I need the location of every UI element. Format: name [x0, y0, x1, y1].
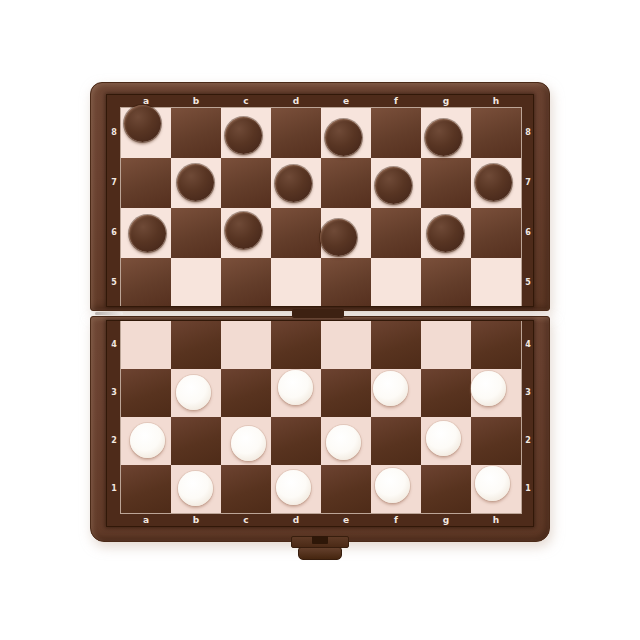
square-g7[interactable] [421, 158, 471, 208]
light-checker-h1[interactable] [475, 466, 510, 501]
file-label-f-bottom: f [371, 516, 421, 525]
square-b8[interactable] [171, 108, 221, 158]
file-labels-top: abcdefgh [107, 95, 533, 108]
light-checker-f1[interactable] [375, 468, 410, 503]
rank-label-8-right: 8 [521, 108, 534, 158]
square-h5[interactable] [471, 258, 521, 307]
dark-checker-e8[interactable] [325, 119, 362, 156]
rank-label-8-left: 8 [107, 108, 121, 158]
dark-checker-e6[interactable] [320, 219, 357, 256]
square-h4[interactable] [471, 321, 521, 369]
rank-label-7-right: 7 [521, 158, 534, 208]
light-checker-d3[interactable] [278, 370, 313, 405]
rank-labels-bottom-left: 4321 [107, 321, 121, 513]
light-checker-g2[interactable] [426, 421, 461, 456]
rank-label-3-right: 3 [521, 369, 534, 417]
square-f2[interactable] [371, 417, 421, 465]
folding-checkers-board: abcdefgh 8765 8765 4321 4321 abcdefgh [0, 0, 640, 640]
dark-checker-h7[interactable] [475, 164, 512, 201]
rank-label-7-left: 7 [107, 158, 121, 208]
square-a7[interactable] [121, 158, 171, 208]
file-label-c-top: c [221, 97, 271, 106]
rank-label-2-right: 2 [521, 417, 534, 465]
light-checker-b3[interactable] [176, 375, 211, 410]
light-checker-e2[interactable] [326, 425, 361, 460]
square-h2[interactable] [471, 417, 521, 465]
square-f5[interactable] [371, 258, 421, 307]
square-f8[interactable] [371, 108, 421, 158]
clasp-latch[interactable] [298, 547, 342, 560]
square-a5[interactable] [121, 258, 171, 307]
square-d4[interactable] [271, 321, 321, 369]
dark-checker-c6[interactable] [225, 212, 262, 249]
file-label-h-top: h [471, 97, 521, 106]
board-top-mid-row: 8765 8765 [107, 108, 533, 307]
light-checker-h3[interactable] [471, 371, 506, 406]
square-h8[interactable] [471, 108, 521, 158]
dark-checker-g6[interactable] [427, 215, 464, 252]
square-b2[interactable] [171, 417, 221, 465]
file-label-d-bottom: d [271, 516, 321, 525]
file-label-h-bottom: h [471, 516, 521, 525]
dark-checker-a6[interactable] [129, 215, 166, 252]
square-e4[interactable] [321, 321, 371, 369]
light-checker-c2[interactable] [231, 426, 266, 461]
rank-label-1-left: 1 [107, 465, 121, 513]
rank-labels-bottom-right: 4321 [521, 321, 534, 513]
rank-label-5-right: 5 [521, 258, 534, 307]
file-label-a-bottom: a [121, 516, 171, 525]
file-label-c-bottom: c [221, 516, 271, 525]
square-b5[interactable] [171, 258, 221, 307]
light-checker-a2[interactable] [130, 423, 165, 458]
file-label-b-bottom: b [171, 516, 221, 525]
rank-label-2-left: 2 [107, 417, 121, 465]
file-label-f-top: f [371, 97, 421, 106]
rank-labels-top-left: 8765 [107, 108, 121, 307]
square-c1[interactable] [221, 465, 271, 513]
dark-checker-d7[interactable] [275, 165, 312, 202]
square-d6[interactable] [271, 208, 321, 258]
dark-checker-b7[interactable] [177, 164, 214, 201]
square-g4[interactable] [421, 321, 471, 369]
file-label-g-bottom: g [421, 516, 471, 525]
dark-checker-g8[interactable] [425, 119, 462, 156]
file-labels-bottom: abcdefgh [107, 513, 533, 527]
square-b6[interactable] [171, 208, 221, 258]
square-e7[interactable] [321, 158, 371, 208]
rank-label-6-right: 6 [521, 208, 534, 258]
light-checker-b1[interactable] [178, 471, 213, 506]
square-g5[interactable] [421, 258, 471, 307]
dark-checker-f7[interactable] [375, 167, 412, 204]
square-c7[interactable] [221, 158, 271, 208]
square-g3[interactable] [421, 369, 471, 417]
square-a4[interactable] [121, 321, 171, 369]
square-f6[interactable] [371, 208, 421, 258]
square-a1[interactable] [121, 465, 171, 513]
board-sticker-bottom: 4321 4321 abcdefgh [106, 320, 534, 527]
file-label-e-top: e [321, 97, 371, 106]
clasp-notch [312, 536, 328, 544]
square-c5[interactable] [221, 258, 271, 307]
square-h6[interactable] [471, 208, 521, 258]
dark-checker-a8[interactable] [124, 105, 161, 142]
file-label-e-bottom: e [321, 516, 371, 525]
rank-label-3-left: 3 [107, 369, 121, 417]
hinge-pin-icon [95, 312, 123, 315]
square-d2[interactable] [271, 417, 321, 465]
square-d8[interactable] [271, 108, 321, 158]
square-c3[interactable] [221, 369, 271, 417]
light-checker-d1[interactable] [276, 470, 311, 505]
square-a3[interactable] [121, 369, 171, 417]
square-e3[interactable] [321, 369, 371, 417]
rank-label-6-left: 6 [107, 208, 121, 258]
square-f4[interactable] [371, 321, 421, 369]
square-e5[interactable] [321, 258, 371, 307]
rank-label-4-right: 4 [521, 321, 534, 369]
file-label-b-top: b [171, 97, 221, 106]
square-c4[interactable] [221, 321, 271, 369]
rank-label-4-left: 4 [107, 321, 121, 369]
square-d5[interactable] [271, 258, 321, 307]
dark-checker-c8[interactable] [225, 117, 262, 154]
square-b4[interactable] [171, 321, 221, 369]
light-checker-f3[interactable] [373, 371, 408, 406]
rank-labels-top-right: 8765 [521, 108, 534, 307]
rank-label-5-left: 5 [107, 258, 121, 307]
file-label-d-top: d [271, 97, 321, 106]
board-bottom-mid-row: 4321 4321 [107, 321, 533, 513]
hinge-center-tab [292, 309, 344, 318]
board-sticker-top: abcdefgh 8765 8765 [106, 94, 534, 307]
rank-label-1-right: 1 [521, 465, 534, 513]
square-g1[interactable] [421, 465, 471, 513]
square-e1[interactable] [321, 465, 371, 513]
file-label-g-top: g [421, 97, 471, 106]
